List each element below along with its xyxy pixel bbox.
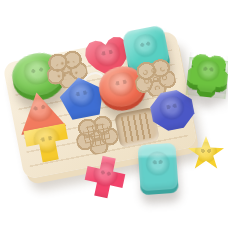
piece-green-clover[interactable] bbox=[186, 52, 228, 94]
product-photo bbox=[0, 0, 228, 228]
piece-teal-cube[interactable] bbox=[137, 143, 178, 192]
recess-flower-waffle[interactable] bbox=[72, 113, 120, 158]
